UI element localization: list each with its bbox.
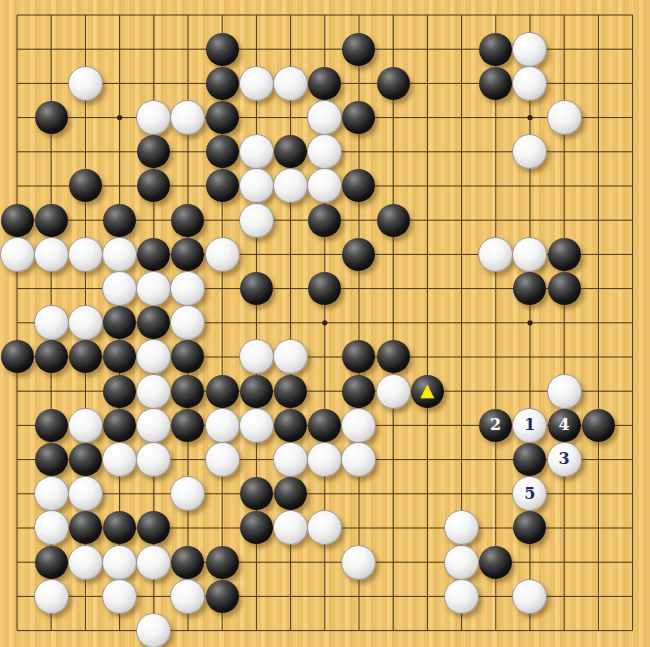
black-stone [513,272,546,305]
white-stone [273,510,308,545]
white-stone [307,442,342,477]
white-stone [136,271,171,306]
white-stone [68,237,103,272]
triangle-mark-icon: ▲ [420,381,434,399]
white-stone [376,374,411,409]
black-stone [171,409,204,442]
white-stone [205,442,240,477]
black-stone [171,546,204,579]
black-stone [171,340,204,373]
black-stone [69,169,102,202]
black-stone [582,409,615,442]
white-stone [102,271,137,306]
white-stone [34,237,69,272]
black-stone [206,169,239,202]
black-stone [137,135,170,168]
white-stone [136,442,171,477]
white-stone [478,237,513,272]
black-stone [35,204,68,237]
white-stone: 1 [512,408,547,443]
black-stone [377,204,410,237]
black-stone [103,306,136,339]
white-stone [68,545,103,580]
white-stone [136,545,171,580]
white-stone [307,100,342,135]
black-stone [103,409,136,442]
white-stone [170,305,205,340]
white-stone [512,32,547,67]
black-stone [479,33,512,66]
white-stone [136,374,171,409]
black-stone [342,169,375,202]
black-stone [69,443,102,476]
black-stone [342,340,375,373]
white-stone [273,339,308,374]
white-stone [136,100,171,135]
move-number-label: 2 [490,417,501,433]
white-stone [512,579,547,614]
black-stone [206,546,239,579]
black-stone [342,375,375,408]
white-stone [68,66,103,101]
black-stone [171,375,204,408]
black-stone [103,340,136,373]
white-stone [444,545,479,580]
white-stone [102,442,137,477]
black-stone [342,238,375,271]
white-stone [512,237,547,272]
white-stone [170,271,205,306]
black-stone [35,443,68,476]
white-stone [102,237,137,272]
white-stone [34,510,69,545]
white-stone [341,408,376,443]
black-stone [274,375,307,408]
white-stone [34,579,69,614]
white-stone [512,134,547,169]
white-stone [68,408,103,443]
board-cells: ▲21435 [0,0,649,647]
black-stone [206,101,239,134]
white-stone [239,168,274,203]
white-stone [512,66,547,101]
white-stone [307,134,342,169]
black-stone [240,272,273,305]
white-stone [205,408,240,443]
white-stone [239,134,274,169]
black-stone [274,135,307,168]
white-stone [34,305,69,340]
white-stone [136,613,171,647]
go-board[interactable]: ▲21435 [0,0,650,647]
black-stone [240,477,273,510]
white-stone [307,510,342,545]
black-stone [171,238,204,271]
white-stone [0,237,35,272]
black-stone [206,33,239,66]
black-stone [206,375,239,408]
white-stone [341,442,376,477]
move-number-label: 1 [524,417,535,433]
white-stone [444,579,479,614]
white-stone [239,66,274,101]
black-stone [35,101,68,134]
black-stone: ▲ [411,375,444,408]
white-stone [170,579,205,614]
black-stone [206,580,239,613]
white-stone: 3 [547,442,582,477]
black-stone [377,67,410,100]
black-stone [274,409,307,442]
black-stone [513,443,546,476]
black-stone [137,306,170,339]
black-stone: 2 [479,409,512,442]
white-stone [34,476,69,511]
white-stone [273,442,308,477]
white-stone [136,339,171,374]
black-stone [479,67,512,100]
black-stone [35,340,68,373]
black-stone [206,67,239,100]
black-stone [206,135,239,168]
black-stone [171,204,204,237]
white-stone [239,408,274,443]
black-stone [342,33,375,66]
black-stone [69,511,102,544]
black-stone [548,272,581,305]
white-stone [102,545,137,580]
move-number-label: 5 [524,486,535,502]
white-stone [341,545,376,580]
move-number-label: 3 [558,451,569,467]
black-stone [308,67,341,100]
black-stone [103,375,136,408]
white-stone [444,510,479,545]
black-stone [274,477,307,510]
white-stone [170,476,205,511]
white-stone [205,237,240,272]
white-stone [68,305,103,340]
black-stone [308,272,341,305]
white-stone: 5 [512,476,547,511]
white-stone [307,168,342,203]
black-stone [1,204,34,237]
white-stone [547,374,582,409]
black-stone [69,340,102,373]
black-stone [103,204,136,237]
black-stone: 4 [548,409,581,442]
black-stone [137,238,170,271]
black-stone [513,511,546,544]
white-stone [239,339,274,374]
black-stone [308,409,341,442]
white-stone [273,168,308,203]
white-stone [68,476,103,511]
black-stone [240,511,273,544]
black-stone [35,546,68,579]
black-stone [35,409,68,442]
black-stone [1,340,34,373]
white-stone [547,100,582,135]
white-stone [136,408,171,443]
white-stone [273,66,308,101]
move-number-label: 4 [558,417,569,433]
black-stone [308,204,341,237]
black-stone [342,101,375,134]
black-stone [377,340,410,373]
black-stone [240,375,273,408]
white-stone [170,100,205,135]
black-stone [548,238,581,271]
white-stone [102,579,137,614]
black-stone [103,511,136,544]
black-stone [137,169,170,202]
black-stone [137,511,170,544]
white-stone [239,203,274,238]
black-stone [479,546,512,579]
